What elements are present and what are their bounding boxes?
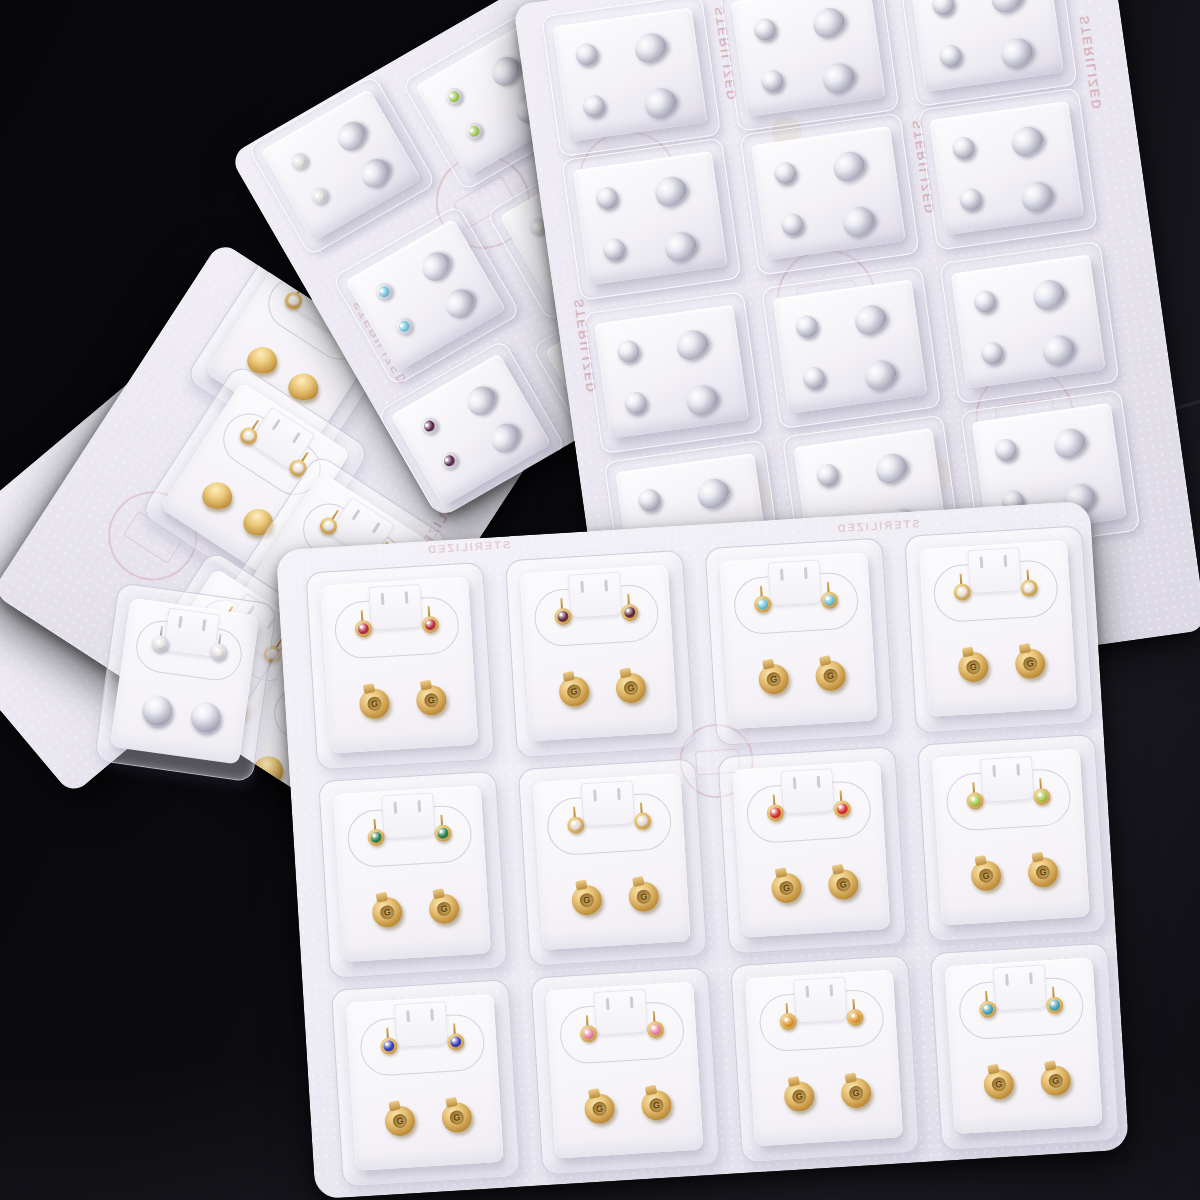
blister-bubble: GG bbox=[705, 537, 895, 745]
silver-clasp-drop bbox=[630, 28, 671, 67]
stud-card: GG bbox=[320, 577, 478, 754]
blister-bubble: GG bbox=[518, 758, 708, 966]
clasp-g-marking: G bbox=[1036, 865, 1051, 880]
flap-notch bbox=[1016, 763, 1020, 775]
clasp-tab bbox=[562, 671, 575, 682]
silver-ball-clasp bbox=[753, 17, 778, 42]
silver-ball-clasp bbox=[780, 212, 805, 237]
flap-notch bbox=[606, 998, 610, 1010]
flap-notch bbox=[817, 776, 821, 788]
flap-notch bbox=[980, 556, 984, 568]
blister-bubble: GG bbox=[530, 967, 720, 1175]
card-flap bbox=[368, 584, 423, 631]
gem-sparkle bbox=[626, 609, 629, 612]
gold-clasp: G bbox=[628, 881, 660, 913]
clasp-g-marking: G bbox=[367, 696, 382, 711]
clasp-hole: G bbox=[624, 681, 639, 696]
gold-clasp: G bbox=[957, 651, 989, 683]
stud-card: GG bbox=[346, 994, 504, 1171]
gem bbox=[358, 623, 370, 635]
clasp-hole: G bbox=[966, 660, 981, 675]
flap-notch bbox=[617, 788, 621, 800]
stud-card: GG bbox=[333, 785, 491, 962]
gold-clasp-drop bbox=[200, 478, 237, 513]
gold-clasp: G bbox=[970, 860, 1002, 892]
clasp-tab bbox=[445, 1097, 458, 1108]
gem bbox=[1023, 582, 1035, 594]
blister-box bbox=[594, 305, 749, 439]
gem-stud bbox=[418, 414, 441, 437]
blister-bubble: GG bbox=[318, 770, 508, 978]
card-flap bbox=[793, 977, 848, 1024]
clasp-g-marking: G bbox=[766, 672, 781, 687]
clasp-tab bbox=[1044, 1060, 1057, 1071]
silver-clasp-drop bbox=[485, 418, 525, 458]
flap-notch bbox=[417, 800, 421, 812]
flap-notch bbox=[1005, 974, 1009, 986]
clasp-g-marking: G bbox=[792, 1089, 807, 1104]
gold-clasp: G bbox=[615, 672, 647, 704]
stud-card: GG bbox=[732, 761, 890, 938]
clasp-tab bbox=[762, 659, 775, 670]
silver-ball-clasp bbox=[958, 187, 983, 212]
gem bbox=[321, 518, 336, 533]
flap-notch bbox=[178, 616, 183, 628]
silver-ball-clasp bbox=[951, 136, 976, 161]
gem bbox=[757, 599, 769, 611]
clasp-hole: G bbox=[766, 672, 781, 687]
gem bbox=[770, 807, 782, 819]
silver-ball-clasp bbox=[616, 339, 641, 364]
silver-ball-clasp bbox=[637, 488, 662, 513]
gem bbox=[241, 428, 256, 443]
silver-ball-clasp bbox=[973, 289, 998, 314]
silver-clasp-drop bbox=[660, 227, 701, 266]
clasp-hole: G bbox=[823, 668, 838, 683]
silver-clasp-drop bbox=[1038, 330, 1079, 369]
silver-clasp-drop bbox=[1049, 424, 1090, 463]
blister-box bbox=[573, 151, 728, 285]
blister-box bbox=[731, 0, 886, 117]
stud-card: GG bbox=[919, 540, 1077, 717]
gem bbox=[383, 1040, 395, 1052]
silver-ball-clasp bbox=[760, 68, 785, 93]
stud-card: GG bbox=[719, 552, 877, 729]
card-flap bbox=[768, 559, 823, 606]
gold-clasp: G bbox=[815, 660, 847, 692]
clasp-hole: G bbox=[380, 905, 395, 920]
silver-ball-clasp bbox=[794, 314, 819, 339]
flap-notch bbox=[372, 522, 381, 534]
clasp-hole: G bbox=[579, 893, 594, 908]
flap-notch bbox=[829, 984, 833, 996]
gem bbox=[422, 419, 437, 434]
clasp-g-marking: G bbox=[567, 684, 582, 699]
gold-clasp: G bbox=[783, 1081, 815, 1113]
gold-clasp: G bbox=[840, 1077, 872, 1109]
silver-ball-clasp bbox=[993, 438, 1018, 463]
blister-box bbox=[773, 280, 928, 414]
silver-clasp-drop bbox=[672, 325, 713, 364]
flap-notch bbox=[793, 777, 797, 789]
clasp-g-marking: G bbox=[592, 1101, 607, 1116]
gold-clasp: G bbox=[584, 1093, 616, 1125]
silver-clasp-drop bbox=[650, 172, 691, 211]
gem bbox=[637, 815, 649, 827]
clasp-hole: G bbox=[849, 1086, 864, 1101]
clasp-hole: G bbox=[991, 1077, 1006, 1092]
card-flap bbox=[967, 547, 1022, 594]
clasp-hole: G bbox=[567, 684, 582, 699]
clasp-g-marking: G bbox=[649, 1098, 664, 1113]
gem bbox=[956, 586, 968, 598]
blister-box bbox=[929, 101, 1084, 235]
clasp-tab bbox=[632, 876, 645, 887]
blister-bubble: GG bbox=[331, 979, 521, 1187]
silver-clasp-drop bbox=[838, 202, 879, 241]
blister-bubble: GG bbox=[930, 942, 1120, 1150]
silver-clasp-drop bbox=[440, 283, 480, 323]
flap-notch bbox=[992, 765, 996, 777]
silver-ball-clasp bbox=[802, 366, 827, 391]
silver-clasp-drop bbox=[996, 33, 1037, 72]
silver-clasp-drop bbox=[871, 449, 912, 488]
silver-clasp-drop bbox=[416, 246, 456, 286]
gem-stud bbox=[462, 120, 485, 143]
gold-clasp: G bbox=[428, 893, 460, 925]
stud-card bbox=[110, 598, 260, 765]
product-photo: STERILIZED STERILIZEDSTERILIZED STERILIZ… bbox=[0, 0, 1200, 1200]
stud-card: GG bbox=[533, 773, 691, 950]
flap-notch bbox=[381, 593, 385, 605]
clasp-hole: G bbox=[979, 868, 994, 883]
stud-card: GG bbox=[520, 565, 678, 742]
gold-clasp: G bbox=[558, 676, 590, 708]
clasp-tab bbox=[788, 1076, 801, 1087]
stud-card-bottom-left bbox=[107, 598, 287, 790]
flap-notch bbox=[630, 997, 634, 1009]
silver-clasp-drop bbox=[640, 83, 681, 122]
gem bbox=[370, 832, 382, 844]
clasp-hole: G bbox=[836, 877, 851, 892]
clasp-tab bbox=[619, 667, 632, 678]
clasp-g-marking: G bbox=[579, 893, 594, 908]
silver-ball-clasp bbox=[980, 341, 1005, 366]
clasp-hole: G bbox=[792, 1089, 807, 1104]
card-flap bbox=[593, 989, 648, 1036]
gem bbox=[466, 124, 481, 139]
gem bbox=[982, 1004, 994, 1016]
clasp-hole: G bbox=[367, 696, 382, 711]
silver-clasp-drop bbox=[808, 3, 849, 42]
silver-clasp-drop bbox=[818, 58, 859, 97]
card-flap bbox=[568, 572, 623, 619]
flap-notch bbox=[405, 592, 409, 604]
clasp-tab bbox=[645, 1085, 658, 1096]
gold-clasp: G bbox=[571, 884, 603, 916]
clasp-g-marking: G bbox=[836, 877, 851, 892]
silver-clasp-drop bbox=[850, 300, 891, 339]
gem bbox=[650, 1024, 662, 1036]
silver-clasp-drop bbox=[693, 474, 734, 513]
gold-clasp: G bbox=[1040, 1065, 1072, 1097]
clasp-hole: G bbox=[393, 1114, 408, 1129]
card-flap bbox=[581, 780, 636, 827]
gem bbox=[583, 1028, 595, 1040]
flap-notch bbox=[202, 619, 207, 631]
gem bbox=[154, 638, 166, 650]
clasp-g-marking: G bbox=[991, 1077, 1006, 1092]
flap-notch bbox=[1004, 555, 1008, 567]
sheet-front-gold-birthstone: STERILIZEDSTERILIZEDGGGGGGGGGGGGGGGGGGGG… bbox=[276, 501, 1129, 1200]
blister-box bbox=[553, 7, 708, 141]
gold-clasp: G bbox=[359, 688, 391, 720]
sterilized-print: STERILIZED bbox=[835, 517, 920, 534]
gem bbox=[969, 795, 981, 807]
gold-clasp: G bbox=[415, 684, 447, 716]
gold-clasp: G bbox=[384, 1105, 416, 1137]
clasp-tab bbox=[388, 1100, 401, 1111]
clasp-tab bbox=[987, 1064, 1000, 1075]
clasp-tab bbox=[588, 1088, 601, 1099]
blister-bubble: GG bbox=[904, 525, 1094, 733]
blister-box bbox=[951, 254, 1106, 388]
gem bbox=[446, 89, 461, 104]
gold-clasp: G bbox=[441, 1102, 473, 1134]
blister-bubble: GG bbox=[505, 550, 695, 758]
silver-ball-clasp bbox=[582, 94, 607, 119]
gem-stud bbox=[288, 150, 311, 173]
gold-clasp: G bbox=[1014, 648, 1046, 680]
gold-clasp: G bbox=[641, 1089, 673, 1121]
clasp-tab bbox=[775, 867, 788, 878]
silver-ball-clasp bbox=[594, 186, 619, 211]
gem bbox=[424, 619, 436, 631]
clasp-tab bbox=[375, 892, 388, 903]
silver-clasp-drop bbox=[461, 381, 501, 421]
clasp-tab bbox=[432, 888, 445, 899]
silver-clasp-drop bbox=[1028, 275, 1069, 314]
clasp-tab bbox=[1031, 852, 1044, 863]
sterilized-print: STERILIZED bbox=[1076, 15, 1104, 112]
gem bbox=[450, 1036, 462, 1048]
clasp-hole: G bbox=[636, 889, 651, 904]
silver-ball-clasp bbox=[938, 43, 963, 68]
silver-clasp-drop bbox=[486, 51, 526, 91]
clasp-hole: G bbox=[649, 1098, 664, 1113]
gem bbox=[286, 293, 301, 308]
clasp-tab bbox=[974, 855, 987, 866]
blister-bubble: GG bbox=[917, 734, 1107, 942]
gold-clasp: G bbox=[758, 663, 790, 695]
silver-ball-clasp bbox=[574, 42, 599, 67]
silver-clasp-drop bbox=[987, 0, 1028, 17]
clasp-g-marking: G bbox=[424, 693, 439, 708]
clasp-g-marking: G bbox=[437, 901, 452, 916]
clasp-hole: G bbox=[424, 693, 439, 708]
stud-card: GG bbox=[932, 749, 1090, 926]
gem bbox=[292, 154, 307, 169]
gem-sparkle bbox=[559, 613, 562, 616]
blister-box bbox=[261, 89, 422, 242]
gem bbox=[1049, 999, 1061, 1011]
gem bbox=[782, 1016, 794, 1028]
gem bbox=[624, 607, 636, 619]
clasp-g-marking: G bbox=[380, 905, 395, 920]
clasp-hole: G bbox=[1048, 1073, 1063, 1088]
gem-stud bbox=[373, 280, 396, 303]
clasp-g-marking: G bbox=[966, 660, 981, 675]
silver-ball-clasp bbox=[931, 0, 956, 17]
gem bbox=[377, 284, 392, 299]
flap-notch bbox=[780, 569, 784, 581]
stud-card: GG bbox=[745, 970, 903, 1147]
gem bbox=[212, 646, 224, 658]
flap-notch bbox=[805, 986, 809, 998]
clasp-tab bbox=[962, 646, 975, 657]
silver-ball-clasp bbox=[815, 463, 840, 488]
clasp-g-marking: G bbox=[1048, 1073, 1063, 1088]
gem bbox=[312, 189, 327, 204]
blister-bubble: GG bbox=[730, 955, 920, 1163]
gem bbox=[442, 453, 457, 468]
card-flap bbox=[381, 792, 436, 839]
flap-notch bbox=[406, 1010, 410, 1022]
flap-notch bbox=[804, 567, 808, 579]
clasp-tab bbox=[575, 879, 588, 890]
clasp-g-marking: G bbox=[849, 1086, 864, 1101]
clasp-hole: G bbox=[437, 901, 452, 916]
flap-notch bbox=[352, 509, 361, 521]
clasp-g-marking: G bbox=[393, 1114, 408, 1129]
silver-clasp-drop bbox=[331, 116, 371, 156]
gold-clasp: G bbox=[771, 872, 803, 904]
stud-card: GG bbox=[545, 982, 703, 1159]
silver-clasp-drop bbox=[355, 153, 395, 193]
stud-card: GG bbox=[945, 957, 1103, 1134]
clasp-g-marking: G bbox=[636, 889, 651, 904]
gem-stud bbox=[438, 449, 461, 472]
clasp-hole: G bbox=[592, 1101, 607, 1116]
silver-ball-clasp bbox=[140, 694, 174, 728]
gem-stud bbox=[442, 85, 465, 108]
sterilized-print: STERILIZED bbox=[426, 538, 511, 555]
gem bbox=[1036, 791, 1048, 803]
silver-clasp-drop bbox=[682, 381, 723, 420]
gold-clasp: G bbox=[1027, 856, 1059, 888]
silver-ball-clasp bbox=[773, 161, 798, 186]
clasp-g-marking: G bbox=[979, 868, 994, 883]
gem-stud bbox=[393, 315, 416, 338]
flap-notch bbox=[1029, 972, 1033, 984]
clasp-g-marking: G bbox=[1023, 656, 1038, 671]
card-flap bbox=[980, 756, 1035, 803]
clasp-hole: G bbox=[449, 1110, 464, 1125]
silver-clasp-drop bbox=[1017, 177, 1058, 216]
card-flap bbox=[780, 768, 835, 815]
flap-notch bbox=[393, 802, 397, 814]
flap-notch bbox=[430, 1009, 434, 1021]
clasp-tab bbox=[844, 1072, 857, 1083]
clasp-tab bbox=[1019, 643, 1032, 654]
blister-box bbox=[751, 126, 906, 260]
blister-bubble: GG bbox=[305, 562, 495, 770]
clasp-g-marking: G bbox=[449, 1110, 464, 1125]
clasp-hole: G bbox=[1023, 656, 1038, 671]
blister-bubble: GG bbox=[717, 746, 907, 954]
clasp-g-marking: G bbox=[624, 681, 639, 696]
silver-clasp-drop bbox=[1007, 122, 1048, 161]
clasp-tab bbox=[819, 655, 832, 666]
gem bbox=[437, 827, 449, 839]
clasp-hole: G bbox=[1036, 865, 1051, 880]
blister-bubble bbox=[94, 582, 277, 783]
clasp-tab bbox=[363, 683, 376, 694]
clasp-g-marking: G bbox=[823, 668, 838, 683]
silver-clasp-drop bbox=[829, 147, 870, 186]
clasp-tab bbox=[832, 864, 845, 875]
clasp-g-marking: G bbox=[779, 881, 794, 896]
flap-notch bbox=[593, 789, 597, 801]
flap-notch bbox=[292, 432, 301, 444]
card-flap bbox=[394, 1001, 449, 1048]
gold-clasp: G bbox=[983, 1068, 1015, 1100]
silver-ball-clasp bbox=[189, 701, 223, 735]
gem-stud bbox=[308, 184, 331, 207]
silver-ball-clasp bbox=[623, 391, 648, 416]
clasp-hole: G bbox=[779, 881, 794, 896]
flap-notch bbox=[604, 579, 608, 591]
flap-notch bbox=[272, 419, 281, 431]
silver-clasp-drop bbox=[860, 355, 901, 394]
gem bbox=[397, 319, 412, 334]
gold-clasp: G bbox=[371, 896, 403, 928]
gold-clasp: G bbox=[827, 869, 859, 901]
card-flap bbox=[993, 964, 1048, 1011]
clasp-tab bbox=[420, 680, 433, 691]
flap-notch bbox=[580, 581, 584, 593]
silver-ball-clasp bbox=[602, 237, 627, 262]
